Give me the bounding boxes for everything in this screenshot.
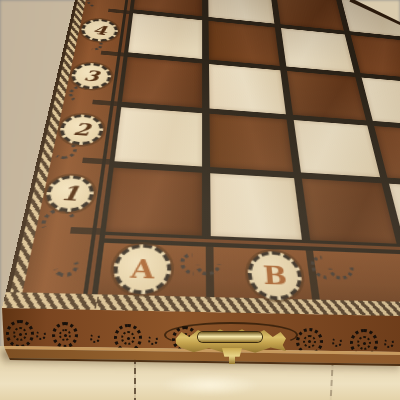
rank-label: 2: [72, 119, 92, 140]
square-a2: [115, 107, 203, 166]
rope-line-horizontal: [92, 100, 117, 106]
latch-hasp: [222, 348, 242, 364]
square-d3: [362, 77, 400, 126]
square-d4: [351, 35, 400, 79]
chessboard: 4 3 2 1: [2, 0, 400, 322]
square-c2: [294, 120, 380, 177]
chess-box-photo: 4 3 2 1: [0, 0, 400, 400]
chessboard-grid: [106, 0, 400, 254]
square-a1: [106, 167, 203, 235]
rope-curl-ornament: [83, 0, 112, 10]
rank-label-disc: 1: [43, 174, 96, 212]
edge-trim: [7, 0, 92, 308]
dot-curl-ornament: [148, 335, 158, 345]
square-b2: [210, 114, 294, 172]
square-b4: [209, 21, 280, 66]
file-label: A: [130, 253, 156, 285]
rank-label: 4: [91, 22, 108, 38]
dot-curl-ornament: [90, 333, 100, 343]
rope-line-horizontal: [101, 51, 124, 57]
dot-curl-ornament: [36, 330, 46, 340]
square-c5: [276, 0, 344, 31]
rank-label: 1: [59, 181, 81, 206]
square-a4: [128, 14, 202, 59]
rank-label: 3: [82, 67, 100, 85]
rope-curl-ornament: [48, 252, 83, 280]
square-c1: [302, 178, 397, 243]
square-b5: [208, 0, 274, 24]
file-label-disc: A: [111, 243, 172, 295]
square-c3: [287, 71, 366, 121]
rope-line-horizontal: [82, 158, 110, 165]
file-label: B: [262, 260, 288, 291]
square-c4: [281, 28, 354, 72]
latch-barrel: [198, 332, 262, 342]
dot-curl-ornament: [332, 337, 342, 347]
front-panel: [0, 300, 400, 372]
square-a3: [122, 57, 202, 108]
spiral-motif: [6, 320, 34, 348]
dot-curl-ornament: [384, 338, 394, 348]
rope-line-horizontal: [108, 9, 130, 14]
spiral-motif: [52, 322, 78, 348]
rope-line-horizontal: [70, 227, 101, 235]
brass-latch: [170, 320, 292, 366]
square-b1: [210, 173, 302, 240]
square-b3: [209, 64, 286, 115]
file-label-disc: B: [247, 250, 305, 300]
